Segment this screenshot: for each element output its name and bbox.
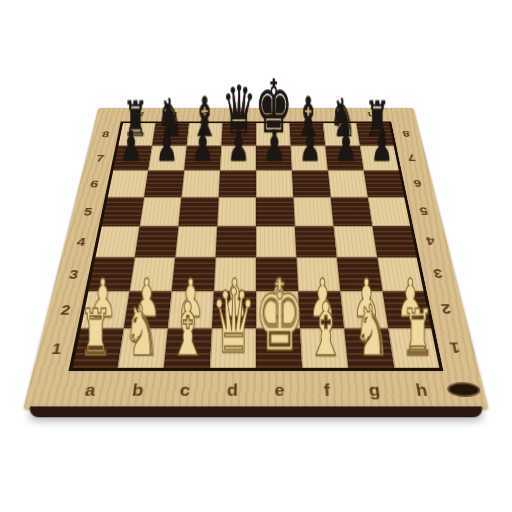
square-b6[interactable] <box>144 171 184 198</box>
piece-black-pawn[interactable]: ♟ <box>191 126 213 169</box>
piece-white-rook[interactable]: ♜ <box>79 301 112 365</box>
file-label-bottom: h <box>395 369 450 410</box>
square-a6[interactable] <box>107 171 148 198</box>
square-h5[interactable] <box>368 197 411 226</box>
frame-corner <box>387 108 417 123</box>
square-c7[interactable]: ♟ <box>184 146 221 171</box>
piece-black-pawn[interactable]: ♟ <box>227 126 249 169</box>
piece-white-rook[interactable]: ♜ <box>401 301 434 365</box>
frame-corner <box>23 369 71 410</box>
file-label-bottom: c <box>159 369 209 410</box>
rank-label-left: 3 <box>53 257 95 291</box>
rank-label-right: 7 <box>395 146 430 171</box>
file-label-bottom: a <box>63 369 118 410</box>
square-e1[interactable]: ♚ <box>256 328 302 369</box>
square-a1[interactable]: ♜ <box>71 328 123 369</box>
piece-black-pawn[interactable]: ♟ <box>120 126 142 169</box>
rank-label-right: 3 <box>418 257 460 291</box>
board-perspective-wrapper: abcdefgh8♜♞♝♛♚♝♞♜87♟♟♟♟♟♟♟♟7665544332♟♟♟… <box>23 108 489 410</box>
file-label-bottom: d <box>208 369 256 410</box>
piece-white-king[interactable]: ♚ <box>254 268 304 366</box>
square-b5[interactable] <box>140 197 182 226</box>
square-c5[interactable] <box>178 197 218 226</box>
rank-label-left: 7 <box>83 146 118 171</box>
piece-white-knight[interactable]: ♞ <box>123 295 159 366</box>
square-e7[interactable]: ♟ <box>256 146 292 171</box>
square-e6[interactable] <box>256 171 293 198</box>
square-e5[interactable] <box>256 197 295 226</box>
square-a7[interactable]: ♟ <box>112 146 152 171</box>
square-c6[interactable] <box>181 171 220 198</box>
square-g5[interactable] <box>331 197 373 226</box>
rank-label-right: 8 <box>390 123 423 146</box>
square-f6[interactable] <box>292 171 331 198</box>
chess-board: abcdefgh8♜♞♝♛♚♝♞♜87♟♟♟♟♟♟♟♟7665544332♟♟♟… <box>23 108 489 410</box>
square-f7[interactable]: ♟ <box>291 146 328 171</box>
file-label-bottom: f <box>302 369 352 410</box>
square-e4[interactable] <box>256 226 296 257</box>
rank-label-right: 5 <box>405 197 443 226</box>
rank-label-right: 1 <box>432 328 478 369</box>
square-g4[interactable] <box>334 226 378 257</box>
piece-black-pawn[interactable]: ♟ <box>299 126 321 169</box>
square-g7[interactable]: ♟ <box>325 146 363 171</box>
square-a5[interactable] <box>101 197 144 226</box>
piece-black-pawn[interactable]: ♟ <box>263 126 285 169</box>
square-f5[interactable] <box>293 197 333 226</box>
square-f1[interactable]: ♝ <box>300 328 348 369</box>
square-h6[interactable] <box>364 171 405 198</box>
square-h4[interactable] <box>372 226 417 257</box>
piece-white-bishop[interactable]: ♝ <box>168 292 206 366</box>
file-label-bottom: b <box>111 369 164 410</box>
frame-corner <box>441 369 489 410</box>
square-f4[interactable] <box>295 226 337 257</box>
scene: abcdefgh8♜♞♝♛♚♝♞♜87♟♟♟♟♟♟♟♟7665544332♟♟♟… <box>0 0 512 512</box>
piece-white-bishop[interactable]: ♝ <box>306 292 344 366</box>
rank-label-right: 4 <box>411 226 451 257</box>
square-b4[interactable] <box>135 226 179 257</box>
file-label-bottom: g <box>348 369 401 410</box>
square-h7[interactable]: ♟ <box>360 146 400 171</box>
square-b1[interactable]: ♞ <box>117 328 167 369</box>
square-g1[interactable]: ♞ <box>344 328 394 369</box>
piece-white-queen[interactable]: ♛ <box>210 277 255 366</box>
square-d4[interactable] <box>216 226 256 257</box>
piece-black-pawn[interactable]: ♟ <box>370 126 392 169</box>
square-a4[interactable] <box>94 226 139 257</box>
square-d1[interactable]: ♛ <box>210 328 256 369</box>
piece-white-knight[interactable]: ♞ <box>353 295 389 366</box>
square-d7[interactable]: ♟ <box>220 146 256 171</box>
square-c4[interactable] <box>175 226 217 257</box>
square-h1[interactable]: ♜ <box>388 328 440 369</box>
square-d5[interactable] <box>217 197 256 226</box>
piece-black-pawn[interactable]: ♟ <box>155 126 177 169</box>
square-c1[interactable]: ♝ <box>164 328 212 369</box>
square-d6[interactable] <box>219 171 256 198</box>
piece-black-pawn[interactable]: ♟ <box>335 126 357 169</box>
square-g6[interactable] <box>328 171 368 198</box>
frame-corner <box>95 108 125 123</box>
rank-label-right: 6 <box>400 171 436 198</box>
square-b7[interactable]: ♟ <box>148 146 186 171</box>
file-label-bottom: e <box>256 369 304 410</box>
